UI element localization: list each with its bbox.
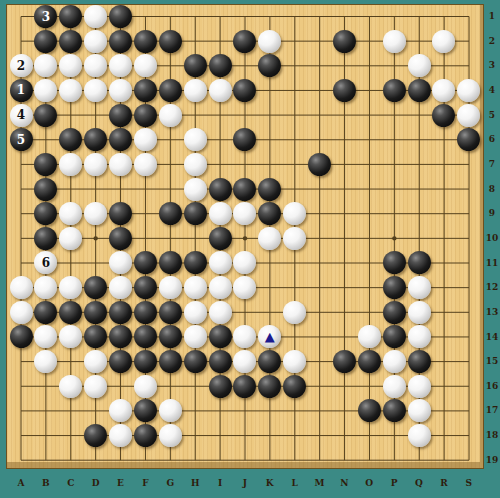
intersection-D6[interactable] <box>83 127 108 152</box>
intersection-N2[interactable] <box>332 29 357 54</box>
intersection-H4[interactable] <box>183 78 208 103</box>
intersection-B9[interactable] <box>33 201 58 226</box>
intersection-B15[interactable] <box>33 349 58 374</box>
intersection-H6[interactable] <box>183 127 208 152</box>
intersection-S19[interactable] <box>456 448 481 473</box>
intersection-O7[interactable] <box>357 152 382 177</box>
intersection-N6[interactable] <box>332 127 357 152</box>
intersection-E10[interactable] <box>108 226 133 251</box>
intersection-L14[interactable] <box>282 325 307 350</box>
intersection-B4[interactable] <box>33 78 58 103</box>
intersection-O10[interactable] <box>357 226 382 251</box>
intersection-L2[interactable] <box>282 29 307 54</box>
intersection-C11[interactable] <box>58 251 83 276</box>
intersection-F6[interactable] <box>133 127 158 152</box>
intersection-R9[interactable] <box>431 201 456 226</box>
intersection-P3[interactable] <box>382 53 407 78</box>
intersection-L18[interactable] <box>282 423 307 448</box>
intersection-K15[interactable] <box>257 349 282 374</box>
intersection-I9[interactable] <box>208 201 233 226</box>
intersection-D5[interactable] <box>83 103 108 128</box>
intersection-D14[interactable] <box>83 325 108 350</box>
intersection-P18[interactable] <box>382 423 407 448</box>
intersection-A15[interactable] <box>9 349 34 374</box>
intersection-M10[interactable] <box>307 226 332 251</box>
intersection-H13[interactable] <box>183 300 208 325</box>
intersection-P1[interactable] <box>382 4 407 29</box>
intersection-B3[interactable] <box>33 53 58 78</box>
intersection-N17[interactable] <box>332 398 357 423</box>
intersection-P6[interactable] <box>382 127 407 152</box>
intersection-H1[interactable] <box>183 4 208 29</box>
intersection-M15[interactable] <box>307 349 332 374</box>
intersection-R7[interactable] <box>431 152 456 177</box>
intersection-D13[interactable] <box>83 300 108 325</box>
intersection-J12[interactable] <box>232 275 257 300</box>
intersection-K10[interactable] <box>257 226 282 251</box>
intersection-D10[interactable] <box>83 226 108 251</box>
intersection-N3[interactable] <box>332 53 357 78</box>
intersection-G3[interactable] <box>158 53 183 78</box>
intersection-A9[interactable] <box>9 201 34 226</box>
intersection-G10[interactable] <box>158 226 183 251</box>
intersection-D16[interactable] <box>83 374 108 399</box>
intersection-A4[interactable]: 1 <box>9 78 34 103</box>
intersection-Q2[interactable] <box>407 29 432 54</box>
intersection-P15[interactable] <box>382 349 407 374</box>
intersection-L7[interactable] <box>282 152 307 177</box>
intersection-L17[interactable] <box>282 398 307 423</box>
intersection-Q12[interactable] <box>407 275 432 300</box>
intersection-F4[interactable] <box>133 78 158 103</box>
intersection-I8[interactable] <box>208 177 233 202</box>
intersection-J2[interactable] <box>232 29 257 54</box>
intersection-F13[interactable] <box>133 300 158 325</box>
intersection-N9[interactable] <box>332 201 357 226</box>
intersection-D18[interactable] <box>83 423 108 448</box>
intersection-C12[interactable] <box>58 275 83 300</box>
intersection-K4[interactable] <box>257 78 282 103</box>
intersection-C19[interactable] <box>58 448 83 473</box>
intersection-C15[interactable] <box>58 349 83 374</box>
intersection-N15[interactable] <box>332 349 357 374</box>
intersection-L3[interactable] <box>282 53 307 78</box>
intersection-L8[interactable] <box>282 177 307 202</box>
intersection-A18[interactable] <box>9 423 34 448</box>
intersection-D7[interactable] <box>83 152 108 177</box>
intersection-Q4[interactable] <box>407 78 432 103</box>
intersection-Q10[interactable] <box>407 226 432 251</box>
intersection-P12[interactable] <box>382 275 407 300</box>
intersection-G13[interactable] <box>158 300 183 325</box>
intersection-H12[interactable] <box>183 275 208 300</box>
intersection-R12[interactable] <box>431 275 456 300</box>
intersection-S2[interactable] <box>456 29 481 54</box>
intersection-S8[interactable] <box>456 177 481 202</box>
intersection-Q19[interactable] <box>407 448 432 473</box>
intersection-D1[interactable] <box>83 4 108 29</box>
intersection-M14[interactable] <box>307 325 332 350</box>
intersection-N8[interactable] <box>332 177 357 202</box>
intersection-K8[interactable] <box>257 177 282 202</box>
intersection-R2[interactable] <box>431 29 456 54</box>
intersection-O12[interactable] <box>357 275 382 300</box>
intersection-Q13[interactable] <box>407 300 432 325</box>
intersection-Q3[interactable] <box>407 53 432 78</box>
intersection-K13[interactable] <box>257 300 282 325</box>
intersection-O15[interactable] <box>357 349 382 374</box>
intersection-O17[interactable] <box>357 398 382 423</box>
intersection-M2[interactable] <box>307 29 332 54</box>
intersection-J17[interactable] <box>232 398 257 423</box>
intersection-O11[interactable] <box>357 251 382 276</box>
intersection-Q18[interactable] <box>407 423 432 448</box>
intersection-O2[interactable] <box>357 29 382 54</box>
intersection-A19[interactable] <box>9 448 34 473</box>
intersection-E9[interactable] <box>108 201 133 226</box>
intersection-L11[interactable] <box>282 251 307 276</box>
intersection-A13[interactable] <box>9 300 34 325</box>
intersection-I16[interactable] <box>208 374 233 399</box>
intersection-Q8[interactable] <box>407 177 432 202</box>
intersection-H5[interactable] <box>183 103 208 128</box>
intersection-J15[interactable] <box>232 349 257 374</box>
intersection-R14[interactable] <box>431 325 456 350</box>
intersection-B18[interactable] <box>33 423 58 448</box>
intersection-Q14[interactable] <box>407 325 432 350</box>
intersection-O19[interactable] <box>357 448 382 473</box>
intersection-M19[interactable] <box>307 448 332 473</box>
intersection-P10[interactable] <box>382 226 407 251</box>
intersection-J11[interactable] <box>232 251 257 276</box>
intersection-A6[interactable]: 5 <box>9 127 34 152</box>
intersection-P5[interactable] <box>382 103 407 128</box>
intersection-E13[interactable] <box>108 300 133 325</box>
intersection-N12[interactable] <box>332 275 357 300</box>
intersection-A3[interactable]: 2 <box>9 53 34 78</box>
intersection-Q16[interactable] <box>407 374 432 399</box>
intersection-D2[interactable] <box>83 29 108 54</box>
intersection-K2[interactable] <box>257 29 282 54</box>
intersection-E3[interactable] <box>108 53 133 78</box>
intersection-R18[interactable] <box>431 423 456 448</box>
intersection-L4[interactable] <box>282 78 307 103</box>
intersection-B10[interactable] <box>33 226 58 251</box>
intersection-I5[interactable] <box>208 103 233 128</box>
intersection-D11[interactable] <box>83 251 108 276</box>
intersection-E7[interactable] <box>108 152 133 177</box>
intersection-R16[interactable] <box>431 374 456 399</box>
intersection-I2[interactable] <box>208 29 233 54</box>
intersection-L5[interactable] <box>282 103 307 128</box>
intersection-J3[interactable] <box>232 53 257 78</box>
intersection-P7[interactable] <box>382 152 407 177</box>
intersection-G1[interactable] <box>158 4 183 29</box>
intersection-S15[interactable] <box>456 349 481 374</box>
intersection-F12[interactable] <box>133 275 158 300</box>
intersection-F3[interactable] <box>133 53 158 78</box>
intersection-O8[interactable] <box>357 177 382 202</box>
intersection-D3[interactable] <box>83 53 108 78</box>
intersection-S6[interactable] <box>456 127 481 152</box>
intersection-J1[interactable] <box>232 4 257 29</box>
intersection-R1[interactable] <box>431 4 456 29</box>
intersection-J18[interactable] <box>232 423 257 448</box>
intersection-O1[interactable] <box>357 4 382 29</box>
intersection-J16[interactable] <box>232 374 257 399</box>
intersection-B7[interactable] <box>33 152 58 177</box>
intersection-O13[interactable] <box>357 300 382 325</box>
intersection-N7[interactable] <box>332 152 357 177</box>
intersection-J9[interactable] <box>232 201 257 226</box>
intersection-M17[interactable] <box>307 398 332 423</box>
intersection-P19[interactable] <box>382 448 407 473</box>
intersection-C6[interactable] <box>58 127 83 152</box>
intersection-S11[interactable] <box>456 251 481 276</box>
intersection-J19[interactable] <box>232 448 257 473</box>
intersection-O5[interactable] <box>357 103 382 128</box>
intersection-A5[interactable]: 4 <box>9 103 34 128</box>
intersection-D9[interactable] <box>83 201 108 226</box>
intersection-B5[interactable] <box>33 103 58 128</box>
intersection-H18[interactable] <box>183 423 208 448</box>
intersection-G16[interactable] <box>158 374 183 399</box>
intersection-E5[interactable] <box>108 103 133 128</box>
intersection-F15[interactable] <box>133 349 158 374</box>
intersection-I18[interactable] <box>208 423 233 448</box>
intersection-I19[interactable] <box>208 448 233 473</box>
intersection-S17[interactable] <box>456 398 481 423</box>
intersection-G2[interactable] <box>158 29 183 54</box>
intersection-J7[interactable] <box>232 152 257 177</box>
intersection-R13[interactable] <box>431 300 456 325</box>
intersection-P14[interactable] <box>382 325 407 350</box>
intersection-Q7[interactable] <box>407 152 432 177</box>
intersection-S12[interactable] <box>456 275 481 300</box>
intersection-E18[interactable] <box>108 423 133 448</box>
intersection-E1[interactable] <box>108 4 133 29</box>
intersection-A2[interactable] <box>9 29 34 54</box>
intersection-K3[interactable] <box>257 53 282 78</box>
intersection-I7[interactable] <box>208 152 233 177</box>
intersection-H8[interactable] <box>183 177 208 202</box>
intersection-M4[interactable] <box>307 78 332 103</box>
intersection-L6[interactable] <box>282 127 307 152</box>
intersection-L9[interactable] <box>282 201 307 226</box>
intersection-I11[interactable] <box>208 251 233 276</box>
intersection-F5[interactable] <box>133 103 158 128</box>
intersection-M3[interactable] <box>307 53 332 78</box>
intersection-E14[interactable] <box>108 325 133 350</box>
intersection-G9[interactable] <box>158 201 183 226</box>
intersection-M7[interactable] <box>307 152 332 177</box>
intersection-R17[interactable] <box>431 398 456 423</box>
intersection-H17[interactable] <box>183 398 208 423</box>
intersection-E6[interactable] <box>108 127 133 152</box>
intersection-G17[interactable] <box>158 398 183 423</box>
intersection-R11[interactable] <box>431 251 456 276</box>
intersection-I3[interactable] <box>208 53 233 78</box>
intersection-L13[interactable] <box>282 300 307 325</box>
intersection-K14[interactable]: ▲ <box>257 325 282 350</box>
intersection-M6[interactable] <box>307 127 332 152</box>
intersection-D8[interactable] <box>83 177 108 202</box>
intersection-A10[interactable] <box>9 226 34 251</box>
intersection-N13[interactable] <box>332 300 357 325</box>
intersection-I6[interactable] <box>208 127 233 152</box>
intersection-I10[interactable] <box>208 226 233 251</box>
intersection-C13[interactable] <box>58 300 83 325</box>
intersection-G6[interactable] <box>158 127 183 152</box>
intersection-R6[interactable] <box>431 127 456 152</box>
intersection-S4[interactable] <box>456 78 481 103</box>
intersection-M11[interactable] <box>307 251 332 276</box>
intersection-G15[interactable] <box>158 349 183 374</box>
intersection-P17[interactable] <box>382 398 407 423</box>
intersection-R19[interactable] <box>431 448 456 473</box>
intersection-P13[interactable] <box>382 300 407 325</box>
intersection-S3[interactable] <box>456 53 481 78</box>
intersection-N18[interactable] <box>332 423 357 448</box>
intersection-Q17[interactable] <box>407 398 432 423</box>
intersection-S18[interactable] <box>456 423 481 448</box>
intersection-C1[interactable] <box>58 4 83 29</box>
intersection-Q1[interactable] <box>407 4 432 29</box>
intersection-S1[interactable] <box>456 4 481 29</box>
intersection-G14[interactable] <box>158 325 183 350</box>
intersection-F2[interactable] <box>133 29 158 54</box>
intersection-H15[interactable] <box>183 349 208 374</box>
intersection-B6[interactable] <box>33 127 58 152</box>
intersection-P2[interactable] <box>382 29 407 54</box>
intersection-J8[interactable] <box>232 177 257 202</box>
intersection-K7[interactable] <box>257 152 282 177</box>
intersection-A1[interactable] <box>9 4 34 29</box>
intersection-S5[interactable] <box>456 103 481 128</box>
intersection-F16[interactable] <box>133 374 158 399</box>
intersection-Q15[interactable] <box>407 349 432 374</box>
intersection-H11[interactable] <box>183 251 208 276</box>
intersection-J10[interactable] <box>232 226 257 251</box>
intersection-M8[interactable] <box>307 177 332 202</box>
intersection-O18[interactable] <box>357 423 382 448</box>
intersection-D12[interactable] <box>83 275 108 300</box>
intersection-R8[interactable] <box>431 177 456 202</box>
intersection-S16[interactable] <box>456 374 481 399</box>
intersection-B14[interactable] <box>33 325 58 350</box>
intersection-B19[interactable] <box>33 448 58 473</box>
intersection-I1[interactable] <box>208 4 233 29</box>
intersection-J5[interactable] <box>232 103 257 128</box>
intersection-M18[interactable] <box>307 423 332 448</box>
intersection-G5[interactable] <box>158 103 183 128</box>
intersection-L16[interactable] <box>282 374 307 399</box>
intersection-L1[interactable] <box>282 4 307 29</box>
intersection-P9[interactable] <box>382 201 407 226</box>
intersection-D15[interactable] <box>83 349 108 374</box>
intersection-I12[interactable] <box>208 275 233 300</box>
intersection-B17[interactable] <box>33 398 58 423</box>
intersection-C5[interactable] <box>58 103 83 128</box>
intersection-I17[interactable] <box>208 398 233 423</box>
intersection-C17[interactable] <box>58 398 83 423</box>
intersection-C16[interactable] <box>58 374 83 399</box>
intersection-P16[interactable] <box>382 374 407 399</box>
intersection-J13[interactable] <box>232 300 257 325</box>
intersection-A11[interactable] <box>9 251 34 276</box>
intersection-R3[interactable] <box>431 53 456 78</box>
intersection-O14[interactable] <box>357 325 382 350</box>
intersection-K11[interactable] <box>257 251 282 276</box>
intersection-G8[interactable] <box>158 177 183 202</box>
intersection-K16[interactable] <box>257 374 282 399</box>
intersection-M9[interactable] <box>307 201 332 226</box>
intersection-C3[interactable] <box>58 53 83 78</box>
intersection-N10[interactable] <box>332 226 357 251</box>
intersection-R10[interactable] <box>431 226 456 251</box>
intersection-L10[interactable] <box>282 226 307 251</box>
intersection-I4[interactable] <box>208 78 233 103</box>
intersection-G4[interactable] <box>158 78 183 103</box>
intersection-L15[interactable] <box>282 349 307 374</box>
intersection-Q9[interactable] <box>407 201 432 226</box>
intersection-M12[interactable] <box>307 275 332 300</box>
intersection-H10[interactable] <box>183 226 208 251</box>
intersection-C14[interactable] <box>58 325 83 350</box>
intersection-E4[interactable] <box>108 78 133 103</box>
intersection-G7[interactable] <box>158 152 183 177</box>
intersection-N1[interactable] <box>332 4 357 29</box>
intersection-E17[interactable] <box>108 398 133 423</box>
intersection-G11[interactable] <box>158 251 183 276</box>
intersection-F17[interactable] <box>133 398 158 423</box>
intersection-O3[interactable] <box>357 53 382 78</box>
intersection-P4[interactable] <box>382 78 407 103</box>
intersection-D4[interactable] <box>83 78 108 103</box>
intersection-K1[interactable] <box>257 4 282 29</box>
intersection-R5[interactable] <box>431 103 456 128</box>
intersection-O16[interactable] <box>357 374 382 399</box>
intersection-I14[interactable] <box>208 325 233 350</box>
intersection-B11[interactable]: 6 <box>33 251 58 276</box>
intersection-H19[interactable] <box>183 448 208 473</box>
intersection-M5[interactable] <box>307 103 332 128</box>
intersection-H9[interactable] <box>183 201 208 226</box>
intersection-R15[interactable] <box>431 349 456 374</box>
intersection-E16[interactable] <box>108 374 133 399</box>
intersection-H16[interactable] <box>183 374 208 399</box>
intersection-K9[interactable] <box>257 201 282 226</box>
intersection-J6[interactable] <box>232 127 257 152</box>
intersection-C10[interactable] <box>58 226 83 251</box>
intersection-E15[interactable] <box>108 349 133 374</box>
intersection-O9[interactable] <box>357 201 382 226</box>
intersection-H3[interactable] <box>183 53 208 78</box>
intersection-A16[interactable] <box>9 374 34 399</box>
intersection-F10[interactable] <box>133 226 158 251</box>
intersection-A12[interactable] <box>9 275 34 300</box>
intersection-E12[interactable] <box>108 275 133 300</box>
intersection-I15[interactable] <box>208 349 233 374</box>
intersection-K19[interactable] <box>257 448 282 473</box>
intersection-F11[interactable] <box>133 251 158 276</box>
intersection-S13[interactable] <box>456 300 481 325</box>
intersection-A14[interactable] <box>9 325 34 350</box>
intersection-F18[interactable] <box>133 423 158 448</box>
intersection-L12[interactable] <box>282 275 307 300</box>
intersection-F9[interactable] <box>133 201 158 226</box>
intersection-C2[interactable] <box>58 29 83 54</box>
